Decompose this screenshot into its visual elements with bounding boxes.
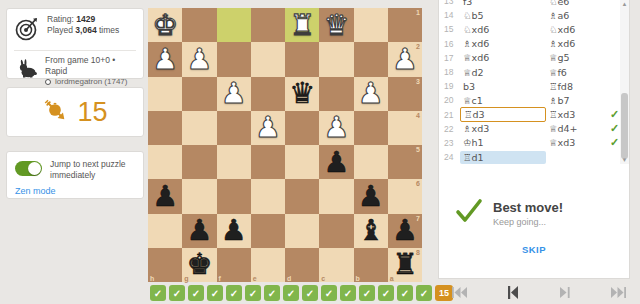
- move-row-16: 16♗xd6♗xd6: [439, 37, 629, 51]
- chess-board[interactable]: ♚♜♛1♟♟2♟♟♛♟3♟♟4♟5♟♟6♟♟♝7♟hg♚fedcb8a♜: [148, 8, 422, 282]
- square-d7[interactable]: [285, 214, 319, 248]
- square-c2[interactable]: [319, 42, 353, 76]
- move-row-21: 21♖d3♖xd3✓: [439, 108, 629, 122]
- nav-last-button[interactable]: [609, 285, 628, 300]
- square-a3[interactable]: 3: [388, 77, 422, 111]
- settings-panel: Jump to next puzzle immediately Zen mode: [6, 151, 144, 199]
- nav-next-button[interactable]: [558, 285, 572, 300]
- square-e2[interactable]: [251, 42, 285, 76]
- white-pawn-e4[interactable]: ♟: [255, 113, 281, 142]
- solved-puzzle-check-icon[interactable]: ✓: [245, 285, 261, 301]
- white-move[interactable]: f3: [460, 0, 546, 8]
- jump-toggle[interactable]: [15, 161, 42, 176]
- scroll-up-icon[interactable]: ▲: [620, 0, 629, 8]
- move-number: 13: [444, 0, 460, 6]
- move-row-20: 20♕c1♗b7: [439, 93, 629, 107]
- solved-puzzle-check-icon[interactable]: ✓: [359, 285, 375, 301]
- square-a6[interactable]: 6: [388, 179, 422, 213]
- move-row-24: 24♖d1: [439, 150, 629, 164]
- square-f8[interactable]: f: [217, 248, 251, 282]
- square-d8[interactable]: d: [285, 248, 319, 282]
- skip-button[interactable]: SKIP: [522, 244, 546, 255]
- square-h3[interactable]: [148, 77, 182, 111]
- black-pawn-h6[interactable]: ♟: [152, 182, 178, 211]
- square-d2[interactable]: [285, 42, 319, 76]
- square-h6[interactable]: ♟: [148, 179, 182, 213]
- move-number: 19: [444, 81, 460, 91]
- white-rook-d1[interactable]: ♜: [289, 11, 315, 40]
- square-h1[interactable]: ♚: [148, 8, 182, 42]
- move-row-17: 17♕xd6♕g5: [439, 51, 629, 65]
- nav-first-button[interactable]: [450, 285, 469, 300]
- scroll-down-icon[interactable]: ▼: [620, 156, 629, 164]
- rank-label-5: 5: [416, 146, 420, 153]
- move-number: 14: [444, 10, 460, 20]
- square-h4[interactable]: [148, 111, 182, 145]
- white-move[interactable]: ♕c1: [460, 94, 546, 107]
- white-move[interactable]: ♔h1: [460, 136, 546, 149]
- scrollbar[interactable]: ▲ ▼: [620, 0, 629, 164]
- rank-label-2: 2: [416, 43, 420, 50]
- white-move[interactable]: ♕xd6: [460, 51, 546, 64]
- black-pawn-a7[interactable]: ♟: [392, 216, 418, 245]
- solved-puzzle-check-icon[interactable]: ✓: [340, 285, 356, 301]
- square-e5[interactable]: [251, 145, 285, 179]
- feedback-title: Best move!: [493, 200, 563, 215]
- move-number: 22: [444, 124, 460, 134]
- solved-puzzle-check-icon[interactable]: ✓: [321, 285, 337, 301]
- move-row-15: 15♘xd6♘xd6: [439, 22, 629, 36]
- move-number: 21: [444, 110, 460, 120]
- solved-puzzle-check-icon[interactable]: ✓: [378, 285, 394, 301]
- square-f7[interactable]: ♟: [217, 214, 251, 248]
- file-label-e: e: [253, 275, 257, 282]
- feedback-subtitle: Keep going...: [493, 217, 563, 227]
- move-number: 18: [444, 67, 460, 77]
- square-g7[interactable]: ♟: [182, 214, 216, 248]
- move-row-18: 18♕d2♕f6: [439, 65, 629, 79]
- rank-label-8: 8: [416, 249, 420, 256]
- square-c4[interactable]: ♟: [319, 111, 353, 145]
- correct-move-check-icon: ✓: [610, 108, 619, 121]
- square-c5[interactable]: ♟: [319, 145, 353, 179]
- square-g6[interactable]: [182, 179, 216, 213]
- black-move[interactable]: ♘e6: [546, 0, 610, 8]
- white-move[interactable]: b3: [460, 80, 546, 93]
- rank-label-4: 4: [416, 112, 420, 119]
- black-pawn-c5[interactable]: ♟: [323, 148, 349, 177]
- rank-label-3: 3: [416, 78, 420, 85]
- square-b1[interactable]: [354, 8, 388, 42]
- black-move[interactable]: ♖fd8: [546, 80, 610, 93]
- square-c1[interactable]: ♛: [319, 8, 353, 42]
- file-label-b: b: [356, 275, 360, 282]
- solved-puzzle-check-icon[interactable]: ✓: [264, 285, 280, 301]
- solved-puzzle-check-icon[interactable]: ✓: [416, 285, 432, 301]
- puzzle-arrow-icon: [42, 97, 68, 127]
- white-queen-c1[interactable]: ♛: [323, 11, 349, 40]
- puzzle-played: Played 3,064 times: [47, 25, 119, 36]
- square-d4[interactable]: [285, 111, 319, 145]
- square-a4[interactable]: 4: [388, 111, 422, 145]
- success-check-icon: [455, 198, 483, 228]
- white-move[interactable]: ♗xd6: [460, 37, 546, 50]
- square-e1[interactable]: [251, 8, 285, 42]
- square-b4[interactable]: [354, 111, 388, 145]
- white-king-h1[interactable]: ♚: [152, 11, 178, 40]
- square-d1[interactable]: ♜: [285, 8, 319, 42]
- square-e8[interactable]: e: [251, 248, 285, 282]
- black-move[interactable]: ♕f6: [546, 66, 610, 79]
- solved-puzzle-check-icon[interactable]: ✓: [188, 285, 204, 301]
- session-score-value: 15: [77, 97, 107, 128]
- move-row-14: 14♘b5♗a6: [439, 8, 629, 22]
- square-f5[interactable]: [217, 145, 251, 179]
- white-move[interactable]: ♖d3: [460, 107, 546, 122]
- solved-puzzle-check-icon[interactable]: ✓: [302, 285, 318, 301]
- square-c8[interactable]: c: [319, 248, 353, 282]
- nav-previous-button[interactable]: [506, 284, 520, 301]
- square-g4[interactable]: [182, 111, 216, 145]
- square-f4[interactable]: [217, 111, 251, 145]
- square-f6[interactable]: [217, 179, 251, 213]
- white-color-icon: [45, 79, 51, 85]
- file-label-f: f: [219, 275, 221, 282]
- file-label-g: g: [184, 275, 188, 282]
- square-b6[interactable]: ♟: [354, 179, 388, 213]
- white-pawn-c4[interactable]: ♟: [323, 113, 349, 142]
- puzzle-info-panel: Rating: 1429 Played 3,064 times From gam…: [6, 8, 144, 79]
- white-pawn-h2[interactable]: ♟: [152, 45, 178, 74]
- replay-nav-bar: [438, 281, 640, 304]
- square-e6[interactable]: [251, 179, 285, 213]
- move-number: 16: [444, 39, 460, 49]
- toggle-knob: [28, 162, 41, 175]
- square-b7[interactable]: ♝: [354, 214, 388, 248]
- black-pawn-b6[interactable]: ♟: [358, 182, 384, 211]
- black-move[interactable]: ♕xd3: [546, 136, 610, 149]
- move-list: 13f3♘e614♘b5♗a615♘xd6♘xd616♗xd6♗xd617♕xd…: [439, 0, 629, 164]
- square-g8[interactable]: g♚: [182, 248, 216, 282]
- square-h5[interactable]: [148, 145, 182, 179]
- move-number: 15: [444, 24, 460, 34]
- square-b2[interactable]: [354, 42, 388, 76]
- move-row-22: 22♗xd3♕d4+✓: [439, 122, 629, 136]
- square-h2[interactable]: ♟: [148, 42, 182, 76]
- file-label-h: h: [150, 275, 154, 282]
- black-queen-d3[interactable]: ♛: [289, 79, 315, 108]
- square-g5[interactable]: [182, 145, 216, 179]
- square-h8[interactable]: h: [148, 248, 182, 282]
- move-row-19: 19b3♖fd8: [439, 79, 629, 93]
- divider: [14, 50, 136, 51]
- player-white: lordmegatron (1747): [45, 77, 136, 87]
- file-label-d: d: [287, 275, 291, 282]
- square-e4[interactable]: ♟: [251, 111, 285, 145]
- square-d3[interactable]: ♛: [285, 77, 319, 111]
- feedback-box: Best move! Keep going... SKIP: [439, 164, 629, 278]
- square-g1[interactable]: [182, 8, 216, 42]
- square-b8[interactable]: b: [354, 248, 388, 282]
- white-pawn-a2[interactable]: ♟: [392, 45, 418, 74]
- square-a7[interactable]: 7♟: [388, 214, 422, 248]
- square-a2[interactable]: 2♟: [388, 42, 422, 76]
- move-row-23: 23♔h1♕xd3✓: [439, 136, 629, 150]
- black-move[interactable]: [546, 156, 610, 158]
- rank-label-1: 1: [416, 9, 420, 16]
- square-e3[interactable]: [251, 77, 285, 111]
- white-pawn-f3[interactable]: ♟: [221, 79, 247, 108]
- white-pawn-b3[interactable]: ♟: [358, 79, 384, 108]
- solved-puzzle-check-icon[interactable]: ✓: [169, 285, 185, 301]
- move-number: 20: [444, 95, 460, 105]
- white-move[interactable]: ♘xd6: [460, 23, 546, 36]
- move-row-13: 13f3♘e6: [439, 0, 629, 8]
- scrollbar-thumb[interactable]: [621, 93, 628, 159]
- solved-puzzle-check-icon[interactable]: ✓: [226, 285, 242, 301]
- solved-puzzle-check-icon[interactable]: ✓: [207, 285, 223, 301]
- black-move[interactable]: ♘xd6: [546, 23, 610, 36]
- square-f3[interactable]: ♟: [217, 77, 251, 111]
- square-a5[interactable]: 5: [388, 145, 422, 179]
- correct-move-check-icon: ✓: [610, 122, 619, 135]
- black-move[interactable]: ♕d4+: [546, 122, 610, 135]
- black-move[interactable]: ♗a6: [546, 9, 610, 22]
- white-move[interactable]: ♕d2: [460, 66, 546, 79]
- square-a1[interactable]: 1: [388, 8, 422, 42]
- black-pawn-f7[interactable]: ♟: [221, 216, 247, 245]
- square-b3[interactable]: ♟: [354, 77, 388, 111]
- moves-panel: 13f3♘e614♘b5♗a615♘xd6♘xd616♗xd6♗xd617♕xd…: [438, 0, 630, 279]
- white-move[interactable]: ♘b5: [460, 9, 546, 22]
- square-d5[interactable]: [285, 145, 319, 179]
- zen-mode-link[interactable]: Zen mode: [15, 186, 56, 196]
- square-c3[interactable]: [319, 77, 353, 111]
- square-e7[interactable]: [251, 214, 285, 248]
- jump-toggle-label: Jump to next puzzle immediately: [50, 159, 135, 180]
- square-c7[interactable]: [319, 214, 353, 248]
- square-b5[interactable]: [354, 145, 388, 179]
- from-game-label[interactable]: From game 10+0 • Rapid: [45, 55, 136, 77]
- session-score-panel: 15: [6, 87, 144, 137]
- black-move[interactable]: ♗xd6: [546, 37, 610, 50]
- square-g2[interactable]: ♟: [182, 42, 216, 76]
- black-move[interactable]: ♗b7: [546, 94, 610, 107]
- square-d6[interactable]: [285, 179, 319, 213]
- session-history-row: ✓✓✓✓✓✓✓✓✓✓✓✓✓✓✓15: [150, 285, 453, 301]
- black-pawn-g7[interactable]: ♟: [186, 216, 212, 245]
- file-label-a: a: [390, 275, 394, 282]
- file-label-c: c: [321, 275, 325, 282]
- black-rook-a8[interactable]: ♜: [392, 250, 418, 279]
- rabbit-icon: [14, 55, 38, 83]
- solved-puzzle-check-icon[interactable]: ✓: [283, 285, 299, 301]
- black-move[interactable]: ♖xd3: [546, 108, 610, 121]
- square-c6[interactable]: [319, 179, 353, 213]
- puzzle-rating: Rating: 1429: [47, 14, 119, 25]
- move-number: 23: [444, 138, 460, 148]
- white-move[interactable]: ♖d1: [460, 151, 546, 164]
- square-h7[interactable]: [148, 214, 182, 248]
- rank-label-6: 6: [416, 180, 420, 187]
- square-g3[interactable]: [182, 77, 216, 111]
- black-king-g8[interactable]: ♚: [186, 250, 212, 279]
- black-bishop-b7[interactable]: ♝: [358, 216, 384, 245]
- solved-puzzle-check-icon[interactable]: ✓: [397, 285, 413, 301]
- white-move[interactable]: ♗xd3: [460, 122, 546, 135]
- white-pawn-g2[interactable]: ♟: [186, 45, 212, 74]
- move-number: 24: [444, 152, 460, 162]
- black-move[interactable]: ♕g5: [546, 51, 610, 64]
- correct-move-check-icon: ✓: [610, 136, 619, 149]
- target-icon: [14, 14, 40, 46]
- move-number: 17: [444, 53, 460, 63]
- square-f2[interactable]: [217, 42, 251, 76]
- rank-label-7: 7: [416, 215, 420, 222]
- square-a8[interactable]: 8a♜: [388, 248, 422, 282]
- solved-puzzle-check-icon[interactable]: ✓: [150, 285, 166, 301]
- square-f1[interactable]: [217, 8, 251, 42]
